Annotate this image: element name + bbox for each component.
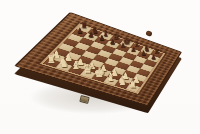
piece-black-pawn: ♟ bbox=[109, 39, 115, 46]
product-photo: ♜♞♝♛♚♝♞♜♟♟♟♟♟♟♟♟♟♟♟♟♟♟♟♟♜♞♝♛♚♝♞♜ bbox=[0, 0, 200, 134]
piece-white-rook: ♜ bbox=[47, 54, 56, 65]
piece-white-pawn: ♟ bbox=[89, 62, 96, 70]
piece-black-pawn: ♟ bbox=[88, 31, 94, 38]
piece-white-pawn: ♟ bbox=[133, 77, 140, 84]
piece-black-pawn: ♟ bbox=[120, 43, 126, 50]
pieces-layer: ♜♞♝♛♚♝♞♜♟♟♟♟♟♟♟♟♟♟♟♟♟♟♟♟♜♞♝♛♚♝♞♜ bbox=[0, 0, 200, 134]
piece-black-knight: ♞ bbox=[144, 45, 151, 52]
piece-white-pawn: ♟ bbox=[65, 54, 73, 63]
piece-black-king: ♚ bbox=[123, 36, 131, 45]
piece-white-pawn: ♟ bbox=[112, 70, 119, 78]
piece-white-bishop: ♝ bbox=[71, 61, 81, 72]
piece-black-pawn: ♟ bbox=[131, 46, 137, 52]
piece-white-queen: ♛ bbox=[83, 64, 93, 76]
piece-white-pawn: ♟ bbox=[53, 50, 61, 59]
piece-black-queen: ♛ bbox=[112, 33, 120, 42]
piece-black-rook: ♜ bbox=[154, 49, 160, 56]
piece-black-bishop: ♝ bbox=[133, 41, 140, 49]
piece-black-rook: ♜ bbox=[80, 22, 87, 30]
piece-white-bishop: ♝ bbox=[107, 73, 116, 83]
piece-white-pawn: ♟ bbox=[77, 58, 85, 66]
piece-black-pawn: ♟ bbox=[76, 27, 83, 34]
piece-white-pawn: ♟ bbox=[123, 73, 130, 81]
piece-white-knight: ♞ bbox=[59, 58, 69, 69]
piece-black-pawn: ♟ bbox=[141, 50, 147, 56]
piece-black-bishop: ♝ bbox=[102, 30, 110, 38]
piece-white-knight: ♞ bbox=[118, 77, 127, 87]
piece-black-knight: ♞ bbox=[91, 26, 99, 34]
piece-black-pawn: ♟ bbox=[151, 54, 156, 60]
piece-black-pawn: ♟ bbox=[99, 35, 105, 42]
piece-white-pawn: ♟ bbox=[100, 66, 107, 74]
piece-white-king: ♚ bbox=[94, 68, 105, 80]
piece-white-rook: ♜ bbox=[129, 81, 137, 90]
